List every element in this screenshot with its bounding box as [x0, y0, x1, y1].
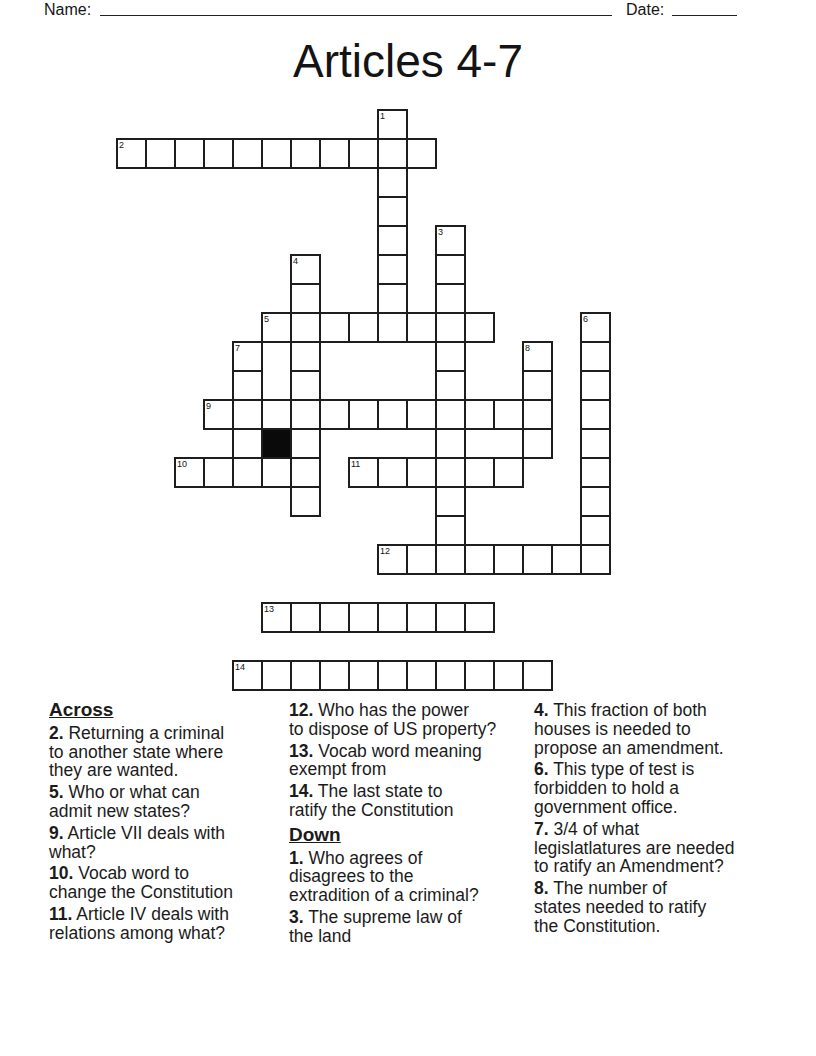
clue-text: Who agrees of disagrees to the extraditi…: [289, 848, 479, 906]
cell-number: 9: [206, 401, 211, 411]
clue-number: 5.: [49, 782, 64, 802]
cell-number: 1: [380, 111, 385, 121]
clue-across-9: 9. Article VII deals with what?: [49, 824, 285, 862]
grid-cell[interactable]: [435, 341, 466, 372]
cell-number: 11: [351, 459, 360, 469]
clues-column-down: 4. This fraction of both houses is neede…: [534, 701, 784, 939]
grid-cell[interactable]: [522, 544, 553, 575]
grid-cell[interactable]: [348, 138, 379, 169]
grid-cell[interactable]: [290, 138, 321, 169]
clue-text: Vocab word to change the Constitution: [49, 863, 233, 902]
grid-cell[interactable]: [145, 138, 176, 169]
grid-cell[interactable]: [522, 370, 553, 401]
cell-number: 2: [119, 140, 124, 150]
grid-cell[interactable]: [290, 341, 321, 372]
grid-cell[interactable]: [290, 457, 321, 488]
cell-number: 14: [235, 662, 245, 672]
across-heading: Across: [49, 701, 285, 720]
grid-cell[interactable]: [377, 167, 408, 198]
clue-down-3: 3. The supreme law of the land: [289, 908, 531, 946]
clue-text: Who has the power to dispose of US prope…: [289, 700, 496, 739]
grid-cell[interactable]: [435, 660, 466, 691]
grid-cell[interactable]: [290, 602, 321, 633]
grid-cell[interactable]: [493, 399, 524, 430]
cell-number: 12: [380, 546, 390, 556]
down-heading: Down: [289, 826, 531, 845]
grid-cell[interactable]: [348, 312, 379, 343]
grid-cell[interactable]: [464, 602, 495, 633]
cell-number: 8: [525, 343, 530, 353]
cell-number: 4: [293, 256, 298, 266]
grid-cell[interactable]: [580, 544, 611, 575]
clue-number: 2.: [49, 723, 64, 743]
grid-cell[interactable]: 12: [377, 544, 408, 575]
grid-cell[interactable]: [377, 457, 408, 488]
grid-cell[interactable]: [406, 457, 437, 488]
clue-across-10: 10. Vocab word to change the Constitutio…: [49, 864, 285, 902]
grid-cell[interactable]: [377, 602, 408, 633]
clue-number: 1.: [289, 848, 304, 868]
grid-cell[interactable]: [319, 138, 350, 169]
grid-cell[interactable]: [580, 515, 611, 546]
black-cell: [261, 428, 292, 459]
clue-number: 11.: [49, 904, 72, 924]
grid-cell[interactable]: [435, 544, 466, 575]
grid-cell[interactable]: [406, 312, 437, 343]
crossword-grid: 1234567891011121314: [116, 109, 609, 689]
grid-cell[interactable]: [435, 486, 466, 517]
grid-cell[interactable]: [580, 399, 611, 430]
grid-cell[interactable]: [377, 254, 408, 285]
grid-cell[interactable]: 3: [435, 225, 466, 256]
grid-cell[interactable]: [522, 399, 553, 430]
grid-cell[interactable]: [493, 457, 524, 488]
grid-cell[interactable]: [522, 428, 553, 459]
grid-cell[interactable]: [406, 399, 437, 430]
grid-cell[interactable]: [464, 399, 495, 430]
clues-column-across: Across 2. Returning a criminal to anothe…: [49, 701, 285, 946]
cell-number: 3: [438, 227, 443, 237]
grid-cell[interactable]: [319, 399, 350, 430]
grid-cell[interactable]: 4: [290, 254, 321, 285]
grid-cell[interactable]: [290, 486, 321, 517]
clue-down-1: 1. Who agrees of disagrees to the extrad…: [289, 849, 531, 905]
grid-cell[interactable]: [580, 341, 611, 372]
grid-cell[interactable]: [232, 138, 263, 169]
grid-cell[interactable]: [406, 544, 437, 575]
grid-cell[interactable]: [435, 370, 466, 401]
clue-down-8: 8. The number of states needed to ratify…: [534, 879, 784, 935]
grid-cell[interactable]: [290, 312, 321, 343]
grid-cell[interactable]: [435, 515, 466, 546]
clue-text: The number of states needed to ratify th…: [534, 878, 706, 936]
grid-cell[interactable]: [377, 283, 408, 314]
clue-across-13: 13. Vocab word meaning exempt from: [289, 742, 531, 780]
clue-text: Vocab word meaning exempt from: [289, 741, 482, 780]
clue-number: 3.: [289, 907, 304, 927]
grid-cell[interactable]: [377, 399, 408, 430]
grid-cell[interactable]: [406, 660, 437, 691]
cell-number: 10: [177, 459, 187, 469]
grid-cell[interactable]: [319, 660, 350, 691]
cell-number: 6: [583, 314, 588, 324]
clue-number: 14.: [289, 781, 313, 801]
grid-cell[interactable]: [493, 544, 524, 575]
worksheet-page: Name: Date: Articles 4-7 123456789101112…: [0, 0, 816, 1056]
clue-across-2: 2. Returning a criminal to another state…: [49, 724, 285, 780]
grid-cell[interactable]: [232, 457, 263, 488]
grid-cell[interactable]: [464, 312, 495, 343]
grid-cell[interactable]: [435, 283, 466, 314]
clue-text: This type of test is forbidden to hold a…: [534, 759, 694, 817]
clue-down-6: 6. This type of test is forbidden to hol…: [534, 760, 784, 816]
grid-cell[interactable]: [522, 660, 553, 691]
clue-across-12: 12. Who has the power to dispose of US p…: [289, 701, 531, 739]
grid-cell[interactable]: [232, 428, 263, 459]
grid-cell[interactable]: [348, 602, 379, 633]
grid-cell[interactable]: [377, 138, 408, 169]
grid-cell[interactable]: 8: [522, 341, 553, 372]
cell-number: 13: [264, 604, 274, 614]
grid-cell[interactable]: [377, 225, 408, 256]
grid-cell[interactable]: 10: [174, 457, 205, 488]
clue-number: 10.: [49, 863, 73, 883]
grid-cell[interactable]: [406, 602, 437, 633]
grid-cell[interactable]: [290, 428, 321, 459]
grid-cell[interactable]: [580, 486, 611, 517]
date-blank-line[interactable]: [672, 2, 737, 16]
clue-text: 3/4 of what legislatlatures are needed t…: [534, 819, 734, 877]
grid-cell[interactable]: 2: [116, 138, 147, 169]
clue-text: Article IV deals with relations among wh…: [49, 904, 229, 943]
grid-cell[interactable]: [319, 602, 350, 633]
clue-number: 6.: [534, 759, 549, 779]
grid-cell[interactable]: 7: [232, 341, 263, 372]
grid-cell[interactable]: [377, 660, 408, 691]
clue-number: 12.: [289, 700, 313, 720]
grid-cell[interactable]: [464, 660, 495, 691]
grid-cell[interactable]: [290, 660, 321, 691]
clue-number: 9.: [49, 823, 64, 843]
grid-cell[interactable]: [551, 544, 582, 575]
grid-cell[interactable]: 1: [377, 109, 408, 140]
grid-cell[interactable]: [377, 196, 408, 227]
clue-text: This fraction of both houses is needed t…: [534, 700, 724, 758]
clue-text: Who or what can admit new states?: [49, 782, 200, 821]
grid-cell[interactable]: [348, 660, 379, 691]
grid-cell[interactable]: [493, 660, 524, 691]
grid-cell[interactable]: [406, 138, 437, 169]
grid-cell[interactable]: 13: [261, 602, 292, 633]
grid-cell[interactable]: [261, 138, 292, 169]
grid-cell[interactable]: [290, 283, 321, 314]
grid-cell[interactable]: [464, 544, 495, 575]
grid-cell[interactable]: [261, 660, 292, 691]
clue-number: 13.: [289, 741, 313, 761]
cell-number: 7: [235, 343, 240, 353]
date-label: Date:: [626, 1, 664, 19]
grid-cell[interactable]: [435, 602, 466, 633]
grid-cell[interactable]: [580, 370, 611, 401]
clue-text: The last state to ratify the Constitutio…: [289, 781, 453, 820]
grid-cell[interactable]: [319, 312, 350, 343]
grid-cell[interactable]: [435, 254, 466, 285]
clue-number: 4.: [534, 700, 549, 720]
grid-cell[interactable]: [435, 428, 466, 459]
grid-cell[interactable]: [174, 138, 205, 169]
grid-cell[interactable]: [348, 399, 379, 430]
clue-number: 7.: [534, 819, 549, 839]
name-blank-line[interactable]: [100, 2, 612, 16]
grid-cell[interactable]: [261, 399, 292, 430]
grid-cell[interactable]: [580, 457, 611, 488]
clue-text: The supreme law of the land: [289, 907, 462, 946]
grid-cell[interactable]: 6: [580, 312, 611, 343]
grid-cell[interactable]: [290, 370, 321, 401]
grid-cell[interactable]: [203, 138, 234, 169]
clue-across-14: 14. The last state to ratify the Constit…: [289, 782, 531, 820]
clue-across-11: 11. Article IV deals with relations amon…: [49, 905, 285, 943]
clue-across-5: 5. Who or what can admit new states?: [49, 783, 285, 821]
grid-cell[interactable]: [232, 370, 263, 401]
clue-number: 8.: [534, 878, 549, 898]
clue-down-7: 7. 3/4 of what legislatlatures are neede…: [534, 820, 784, 876]
grid-cell[interactable]: [232, 399, 263, 430]
name-label: Name:: [44, 1, 91, 19]
puzzle-title: Articles 4-7: [0, 36, 816, 87]
cell-number: 5: [264, 314, 269, 324]
grid-cell[interactable]: [435, 312, 466, 343]
grid-cell[interactable]: [435, 457, 466, 488]
grid-cell[interactable]: [290, 399, 321, 430]
grid-cell[interactable]: [435, 399, 466, 430]
clue-text: Returning a criminal to another state wh…: [49, 723, 224, 781]
grid-cell[interactable]: 9: [203, 399, 234, 430]
clue-down-4: 4. This fraction of both houses is neede…: [534, 701, 784, 757]
clues-column-middle: 12. Who has the power to dispose of US p…: [289, 701, 531, 949]
grid-cell[interactable]: [580, 428, 611, 459]
grid-cell[interactable]: 14: [232, 660, 263, 691]
grid-cell[interactable]: [464, 457, 495, 488]
grid-cell[interactable]: [377, 312, 408, 343]
grid-cell[interactable]: [261, 457, 292, 488]
clue-text: Article VII deals with what?: [49, 823, 225, 862]
grid-cell[interactable]: 5: [261, 312, 292, 343]
grid-cell[interactable]: 11: [348, 457, 379, 488]
grid-cell[interactable]: [203, 457, 234, 488]
